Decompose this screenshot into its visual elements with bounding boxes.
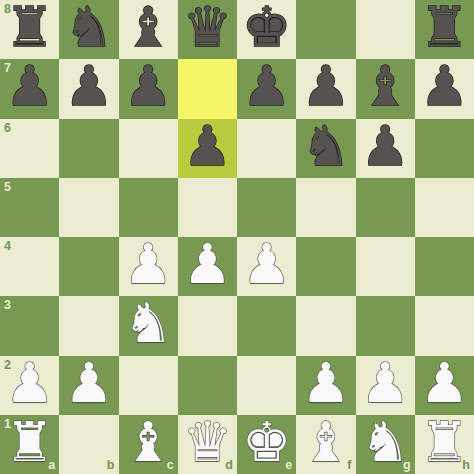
- square-c6[interactable]: [119, 119, 178, 178]
- square-c1[interactable]: c♝: [119, 415, 178, 474]
- piece-white-knight-c3[interactable]: ♞: [123, 294, 172, 353]
- piece-white-pawn-d4[interactable]: ♟: [183, 235, 232, 294]
- square-f7[interactable]: ♟: [296, 59, 355, 118]
- piece-white-pawn-f2[interactable]: ♟: [301, 354, 350, 413]
- piece-white-pawn-a2[interactable]: ♟: [5, 354, 54, 413]
- piece-black-pawn-a7[interactable]: ♟: [5, 57, 54, 116]
- square-f2[interactable]: ♟: [296, 356, 355, 415]
- square-h2[interactable]: ♟: [415, 356, 474, 415]
- piece-white-bishop-c1[interactable]: ♝: [123, 413, 172, 472]
- piece-black-rook-h8[interactable]: ♜: [420, 0, 469, 57]
- square-g6[interactable]: ♟: [356, 119, 415, 178]
- rank-label-3: 3: [4, 299, 11, 312]
- square-g4[interactable]: [356, 237, 415, 296]
- square-f4[interactable]: [296, 237, 355, 296]
- square-a2[interactable]: 2♟: [0, 356, 59, 415]
- piece-white-pawn-g2[interactable]: ♟: [360, 354, 409, 413]
- square-h7[interactable]: ♟: [415, 59, 474, 118]
- piece-black-king-e8[interactable]: ♚: [242, 0, 291, 57]
- square-a1[interactable]: 1a♜: [0, 415, 59, 474]
- square-f1[interactable]: f♝: [296, 415, 355, 474]
- file-label-b: b: [107, 459, 115, 472]
- piece-black-pawn-b7[interactable]: ♟: [64, 57, 113, 116]
- rank-label-4: 4: [4, 240, 11, 253]
- piece-white-rook-a1[interactable]: ♜: [5, 413, 54, 472]
- piece-white-rook-h1[interactable]: ♜: [420, 413, 469, 472]
- piece-white-pawn-e4[interactable]: ♟: [242, 235, 291, 294]
- piece-white-bishop-f1[interactable]: ♝: [301, 413, 350, 472]
- square-g3[interactable]: [356, 296, 415, 355]
- square-g8[interactable]: [356, 0, 415, 59]
- square-h1[interactable]: h♜: [415, 415, 474, 474]
- square-c8[interactable]: ♝: [119, 0, 178, 59]
- square-g1[interactable]: g♞: [356, 415, 415, 474]
- square-c7[interactable]: ♟: [119, 59, 178, 118]
- square-e3[interactable]: [237, 296, 296, 355]
- square-d3[interactable]: [178, 296, 237, 355]
- square-b3[interactable]: [59, 296, 118, 355]
- square-f3[interactable]: [296, 296, 355, 355]
- square-e7[interactable]: ♟: [237, 59, 296, 118]
- piece-white-pawn-c4[interactable]: ♟: [123, 235, 172, 294]
- square-f5[interactable]: [296, 178, 355, 237]
- piece-white-queen-d1[interactable]: ♛: [183, 413, 232, 472]
- square-d2[interactable]: [178, 356, 237, 415]
- piece-black-pawn-d6[interactable]: ♟: [183, 117, 232, 176]
- square-e1[interactable]: e♚: [237, 415, 296, 474]
- piece-black-knight-b8[interactable]: ♞: [64, 0, 113, 57]
- square-e2[interactable]: [237, 356, 296, 415]
- square-h4[interactable]: [415, 237, 474, 296]
- square-h5[interactable]: [415, 178, 474, 237]
- chess-board: 8♜♞♝♛♚♜7♟♟♟♟♟♝♟6♟♞♟54♟♟♟3♞2♟♟♟♟♟1a♜bc♝d♛…: [0, 0, 474, 474]
- square-c4[interactable]: ♟: [119, 237, 178, 296]
- square-f8[interactable]: [296, 0, 355, 59]
- square-e6[interactable]: [237, 119, 296, 178]
- square-d6[interactable]: ♟: [178, 119, 237, 178]
- square-d7[interactable]: [178, 59, 237, 118]
- piece-black-pawn-f7[interactable]: ♟: [301, 57, 350, 116]
- square-a8[interactable]: 8♜: [0, 0, 59, 59]
- square-e8[interactable]: ♚: [237, 0, 296, 59]
- piece-white-pawn-b2[interactable]: ♟: [64, 354, 113, 413]
- square-d8[interactable]: ♛: [178, 0, 237, 59]
- square-e5[interactable]: [237, 178, 296, 237]
- rank-label-6: 6: [4, 122, 11, 135]
- square-h8[interactable]: ♜: [415, 0, 474, 59]
- square-g7[interactable]: ♝: [356, 59, 415, 118]
- square-c2[interactable]: [119, 356, 178, 415]
- square-a6[interactable]: 6: [0, 119, 59, 178]
- piece-black-pawn-g6[interactable]: ♟: [360, 117, 409, 176]
- piece-white-pawn-h2[interactable]: ♟: [420, 354, 469, 413]
- piece-black-bishop-g7[interactable]: ♝: [360, 57, 409, 116]
- rank-label-5: 5: [4, 181, 11, 194]
- square-e4[interactable]: ♟: [237, 237, 296, 296]
- square-a5[interactable]: 5: [0, 178, 59, 237]
- square-a3[interactable]: 3: [0, 296, 59, 355]
- piece-black-bishop-c8[interactable]: ♝: [123, 0, 172, 57]
- square-d5[interactable]: [178, 178, 237, 237]
- square-a7[interactable]: 7♟: [0, 59, 59, 118]
- square-b7[interactable]: ♟: [59, 59, 118, 118]
- square-d1[interactable]: d♛: [178, 415, 237, 474]
- square-b1[interactable]: b: [59, 415, 118, 474]
- square-g2[interactable]: ♟: [356, 356, 415, 415]
- square-h3[interactable]: [415, 296, 474, 355]
- piece-black-queen-d8[interactable]: ♛: [183, 0, 232, 57]
- square-b6[interactable]: [59, 119, 118, 178]
- square-b4[interactable]: [59, 237, 118, 296]
- square-b8[interactable]: ♞: [59, 0, 118, 59]
- square-a4[interactable]: 4: [0, 237, 59, 296]
- piece-black-pawn-h7[interactable]: ♟: [420, 57, 469, 116]
- square-b5[interactable]: [59, 178, 118, 237]
- piece-black-pawn-e7[interactable]: ♟: [242, 57, 291, 116]
- piece-black-knight-f6[interactable]: ♞: [301, 117, 350, 176]
- piece-black-pawn-c7[interactable]: ♟: [123, 57, 172, 116]
- piece-black-rook-a8[interactable]: ♜: [5, 0, 54, 57]
- square-b2[interactable]: ♟: [59, 356, 118, 415]
- piece-white-knight-g1[interactable]: ♞: [360, 413, 409, 472]
- square-g5[interactable]: [356, 178, 415, 237]
- square-c3[interactable]: ♞: [119, 296, 178, 355]
- piece-white-king-e1[interactable]: ♚: [242, 413, 291, 472]
- square-d4[interactable]: ♟: [178, 237, 237, 296]
- square-c5[interactable]: [119, 178, 178, 237]
- square-h6[interactable]: [415, 119, 474, 178]
- square-f6[interactable]: ♞: [296, 119, 355, 178]
